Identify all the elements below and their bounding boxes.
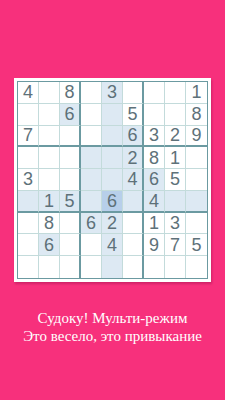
sudoku-cell-r1c4[interactable] (81, 82, 102, 104)
sudoku-cell-r7c8[interactable]: 3 (165, 213, 186, 235)
sudoku-cell-r1c1[interactable]: 4 (18, 82, 39, 104)
sudoku-cell-r6c6[interactable] (123, 191, 144, 213)
sudoku-cell-r7c1[interactable] (18, 213, 39, 235)
sudoku-cell-r7c5[interactable]: 2 (102, 213, 123, 235)
sudoku-cell-r9c6[interactable] (123, 256, 144, 278)
sudoku-cell-r4c8[interactable]: 1 (165, 147, 186, 169)
sudoku-cell-r2c4[interactable] (81, 104, 102, 126)
sudoku-cell-r4c2[interactable] (39, 147, 60, 169)
sudoku-cell-r6c1[interactable] (18, 191, 39, 213)
sudoku-cell-r8c3[interactable] (60, 234, 81, 256)
sudoku-cell-r5c3[interactable] (60, 169, 81, 191)
sudoku-grid: 483165876329281346515648621364975 (17, 81, 208, 279)
sudoku-cell-r8c6[interactable] (123, 234, 144, 256)
sudoku-cell-r3c4[interactable] (81, 126, 102, 148)
sudoku-cell-r9c8[interactable] (165, 256, 186, 278)
sudoku-cell-r9c4[interactable] (81, 256, 102, 278)
sudoku-cell-r7c7[interactable]: 1 (144, 213, 165, 235)
sudoku-cell-r5c7[interactable]: 6 (144, 169, 165, 191)
sudoku-cell-r5c5[interactable] (102, 169, 123, 191)
sudoku-cell-r7c6[interactable] (123, 213, 144, 235)
sudoku-cell-r2c7[interactable] (144, 104, 165, 126)
sudoku-cell-r5c1[interactable]: 3 (18, 169, 39, 191)
sudoku-cell-r5c8[interactable]: 5 (165, 169, 186, 191)
sudoku-cell-r1c9[interactable]: 1 (186, 82, 207, 104)
sudoku-cell-r2c2[interactable] (39, 104, 60, 126)
sudoku-cell-r6c4[interactable] (81, 191, 102, 213)
sudoku-board: 483165876329281346515648621364975 (14, 78, 211, 282)
sudoku-cell-r3c6[interactable]: 6 (123, 126, 144, 148)
sudoku-cell-r6c5[interactable]: 6 (102, 191, 123, 213)
sudoku-cell-r7c9[interactable] (186, 213, 207, 235)
sudoku-cell-r7c4[interactable]: 6 (81, 213, 102, 235)
sudoku-cell-r4c1[interactable] (18, 147, 39, 169)
sudoku-cell-r3c5[interactable] (102, 126, 123, 148)
sudoku-cell-r8c7[interactable]: 9 (144, 234, 165, 256)
sudoku-cell-r3c9[interactable]: 9 (186, 126, 207, 148)
sudoku-cell-r6c8[interactable] (165, 191, 186, 213)
tagline-line1: Судоку! Мульти-режим (0, 309, 225, 327)
sudoku-cell-r3c1[interactable]: 7 (18, 126, 39, 148)
sudoku-cell-r8c9[interactable]: 5 (186, 234, 207, 256)
sudoku-cell-r2c1[interactable] (18, 104, 39, 126)
sudoku-cell-r6c7[interactable]: 4 (144, 191, 165, 213)
sudoku-cell-r3c7[interactable]: 3 (144, 126, 165, 148)
sudoku-cell-r4c3[interactable] (60, 147, 81, 169)
sudoku-cell-r9c7[interactable] (144, 256, 165, 278)
sudoku-cell-r1c6[interactable] (123, 82, 144, 104)
sudoku-cell-r8c8[interactable]: 7 (165, 234, 186, 256)
sudoku-cell-r4c4[interactable] (81, 147, 102, 169)
sudoku-cell-r1c8[interactable] (165, 82, 186, 104)
sudoku-cell-r6c2[interactable]: 1 (39, 191, 60, 213)
sudoku-cell-r3c8[interactable]: 2 (165, 126, 186, 148)
tagline-line2: Это весело, это привыкание (0, 327, 225, 345)
sudoku-cell-r6c9[interactable] (186, 191, 207, 213)
sudoku-cell-r5c6[interactable]: 4 (123, 169, 144, 191)
sudoku-cell-r1c3[interactable]: 8 (60, 82, 81, 104)
sudoku-cell-r5c4[interactable] (81, 169, 102, 191)
app-background: { "game": "sudoku", "position": "4080300… (0, 0, 225, 400)
tagline: Судоку! Мульти-режим Это весело, это при… (0, 309, 225, 345)
sudoku-cell-r2c8[interactable] (165, 104, 186, 126)
sudoku-cell-r4c6[interactable]: 2 (123, 147, 144, 169)
sudoku-cell-r9c2[interactable] (39, 256, 60, 278)
sudoku-cell-r7c3[interactable] (60, 213, 81, 235)
sudoku-cell-r2c9[interactable]: 8 (186, 104, 207, 126)
sudoku-cell-r5c9[interactable] (186, 169, 207, 191)
sudoku-cell-r2c3[interactable]: 6 (60, 104, 81, 126)
sudoku-cell-r4c9[interactable] (186, 147, 207, 169)
sudoku-cell-r2c6[interactable]: 5 (123, 104, 144, 126)
sudoku-cell-r9c3[interactable] (60, 256, 81, 278)
sudoku-cell-r3c2[interactable] (39, 126, 60, 148)
sudoku-cell-r9c5[interactable] (102, 256, 123, 278)
sudoku-cell-r7c2[interactable]: 8 (39, 213, 60, 235)
sudoku-cell-r4c5[interactable] (102, 147, 123, 169)
sudoku-cell-r5c2[interactable] (39, 169, 60, 191)
sudoku-cell-r8c5[interactable]: 4 (102, 234, 123, 256)
sudoku-cell-r1c5[interactable]: 3 (102, 82, 123, 104)
sudoku-cell-r9c1[interactable] (18, 256, 39, 278)
sudoku-cell-r2c5[interactable] (102, 104, 123, 126)
sudoku-cell-r8c2[interactable]: 6 (39, 234, 60, 256)
sudoku-cell-r9c9[interactable] (186, 256, 207, 278)
sudoku-cell-r6c3[interactable]: 5 (60, 191, 81, 213)
sudoku-cell-r3c3[interactable] (60, 126, 81, 148)
sudoku-cell-r8c1[interactable] (18, 234, 39, 256)
sudoku-cell-r1c7[interactable] (144, 82, 165, 104)
sudoku-cell-r1c2[interactable] (39, 82, 60, 104)
sudoku-cell-r4c7[interactable]: 8 (144, 147, 165, 169)
sudoku-cell-r8c4[interactable] (81, 234, 102, 256)
